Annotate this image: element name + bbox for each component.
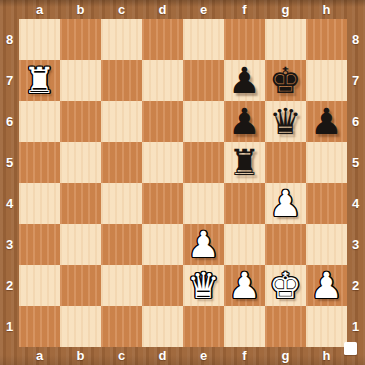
rank-label-6: 6 <box>0 101 19 142</box>
rank-label-2: 2 <box>0 265 19 306</box>
square-c3[interactable] <box>101 224 142 265</box>
rank-label-7: 7 <box>0 60 19 101</box>
square-a2[interactable] <box>19 265 60 306</box>
file-label-b: b <box>60 0 101 19</box>
rank-label-4: 4 <box>346 183 365 224</box>
rank-label-5: 5 <box>0 142 19 183</box>
piece-black-pawn-f6[interactable]: ♟ <box>224 101 265 142</box>
rank-label-4: 4 <box>0 183 19 224</box>
piece-white-pawn-g4[interactable]: ♟ <box>265 183 306 224</box>
square-c6[interactable] <box>101 101 142 142</box>
square-c4[interactable] <box>101 183 142 224</box>
square-h8[interactable] <box>306 19 347 60</box>
rank-label-6: 6 <box>346 101 365 142</box>
square-g3[interactable] <box>265 224 306 265</box>
piece-white-rook-a7[interactable]: ♜ <box>19 60 60 101</box>
square-g1[interactable] <box>265 306 306 347</box>
square-g2[interactable]: ♚ <box>265 265 306 306</box>
square-c7[interactable] <box>101 60 142 101</box>
piece-white-pawn-h2[interactable]: ♟ <box>306 265 347 306</box>
white-to-move-indicator <box>344 342 357 355</box>
square-c5[interactable] <box>101 142 142 183</box>
square-b2[interactable] <box>60 265 101 306</box>
file-label-e: e <box>183 346 224 365</box>
file-label-c: c <box>101 346 142 365</box>
square-e3[interactable]: ♟ <box>183 224 224 265</box>
square-g4[interactable]: ♟ <box>265 183 306 224</box>
square-e8[interactable] <box>183 19 224 60</box>
square-h2[interactable]: ♟ <box>306 265 347 306</box>
square-b1[interactable] <box>60 306 101 347</box>
square-h6[interactable]: ♟ <box>306 101 347 142</box>
square-a7[interactable]: ♜ <box>19 60 60 101</box>
file-label-g: g <box>265 0 306 19</box>
square-e4[interactable] <box>183 183 224 224</box>
square-b4[interactable] <box>60 183 101 224</box>
square-a5[interactable] <box>19 142 60 183</box>
square-e7[interactable] <box>183 60 224 101</box>
square-e5[interactable] <box>183 142 224 183</box>
square-a4[interactable] <box>19 183 60 224</box>
square-a3[interactable] <box>19 224 60 265</box>
file-label-f: f <box>224 346 265 365</box>
rank-label-3: 3 <box>0 224 19 265</box>
square-a1[interactable] <box>19 306 60 347</box>
piece-black-rook-f5[interactable]: ♜ <box>224 142 265 183</box>
square-g8[interactable] <box>265 19 306 60</box>
rank-labels-left: 87654321 <box>0 19 19 347</box>
chess-diagram: abcdefgh 87654321 ♜♟♚♟♛♟♜♟♟♛♟♚♟ 87654321… <box>0 0 365 365</box>
square-f6[interactable]: ♟ <box>224 101 265 142</box>
file-labels-top: abcdefgh <box>19 0 347 19</box>
piece-black-pawn-h6[interactable]: ♟ <box>306 101 347 142</box>
square-h4[interactable] <box>306 183 347 224</box>
square-f4[interactable] <box>224 183 265 224</box>
square-b3[interactable] <box>60 224 101 265</box>
square-f8[interactable] <box>224 19 265 60</box>
square-d7[interactable] <box>142 60 183 101</box>
square-c2[interactable] <box>101 265 142 306</box>
square-h7[interactable] <box>306 60 347 101</box>
square-d1[interactable] <box>142 306 183 347</box>
square-e2[interactable]: ♛ <box>183 265 224 306</box>
square-d4[interactable] <box>142 183 183 224</box>
square-d3[interactable] <box>142 224 183 265</box>
square-a8[interactable] <box>19 19 60 60</box>
square-h3[interactable] <box>306 224 347 265</box>
square-c1[interactable] <box>101 306 142 347</box>
square-b6[interactable] <box>60 101 101 142</box>
rank-label-7: 7 <box>346 60 365 101</box>
square-d8[interactable] <box>142 19 183 60</box>
piece-white-king-g2[interactable]: ♚ <box>265 265 306 306</box>
square-c8[interactable] <box>101 19 142 60</box>
file-labels-bottom: abcdefgh <box>19 346 347 365</box>
rank-label-1: 1 <box>346 306 365 347</box>
rank-label-1: 1 <box>0 306 19 347</box>
file-label-h: h <box>306 346 347 365</box>
square-h5[interactable] <box>306 142 347 183</box>
square-d5[interactable] <box>142 142 183 183</box>
square-b8[interactable] <box>60 19 101 60</box>
file-label-e: e <box>183 0 224 19</box>
square-g6[interactable]: ♛ <box>265 101 306 142</box>
file-label-d: d <box>142 346 183 365</box>
piece-black-king-g7[interactable]: ♚ <box>265 60 306 101</box>
file-label-d: d <box>142 0 183 19</box>
piece-black-queen-g6[interactable]: ♛ <box>265 101 306 142</box>
square-g5[interactable] <box>265 142 306 183</box>
rank-label-5: 5 <box>346 142 365 183</box>
file-label-h: h <box>306 0 347 19</box>
file-label-g: g <box>265 346 306 365</box>
square-a6[interactable] <box>19 101 60 142</box>
file-label-a: a <box>19 0 60 19</box>
file-label-f: f <box>224 0 265 19</box>
file-label-b: b <box>60 346 101 365</box>
square-e1[interactable] <box>183 306 224 347</box>
rank-labels-right: 87654321 <box>346 19 365 347</box>
square-b7[interactable] <box>60 60 101 101</box>
rank-label-8: 8 <box>346 19 365 60</box>
file-label-a: a <box>19 346 60 365</box>
square-f2[interactable]: ♟ <box>224 265 265 306</box>
square-f1[interactable] <box>224 306 265 347</box>
square-d2[interactable] <box>142 265 183 306</box>
rank-label-3: 3 <box>346 224 365 265</box>
square-e6[interactable] <box>183 101 224 142</box>
piece-white-pawn-f2[interactable]: ♟ <box>224 265 265 306</box>
square-b5[interactable] <box>60 142 101 183</box>
square-f7[interactable]: ♟ <box>224 60 265 101</box>
square-g7[interactable]: ♚ <box>265 60 306 101</box>
file-label-c: c <box>101 0 142 19</box>
piece-black-pawn-f7[interactable]: ♟ <box>224 60 265 101</box>
square-f5[interactable]: ♜ <box>224 142 265 183</box>
piece-white-pawn-e3[interactable]: ♟ <box>183 224 224 265</box>
square-h1[interactable] <box>306 306 347 347</box>
rank-label-8: 8 <box>0 19 19 60</box>
square-d6[interactable] <box>142 101 183 142</box>
square-f3[interactable] <box>224 224 265 265</box>
chess-board: ♜♟♚♟♛♟♜♟♟♛♟♚♟ <box>19 19 347 347</box>
rank-label-2: 2 <box>346 265 365 306</box>
piece-white-queen-e2[interactable]: ♛ <box>183 265 224 306</box>
